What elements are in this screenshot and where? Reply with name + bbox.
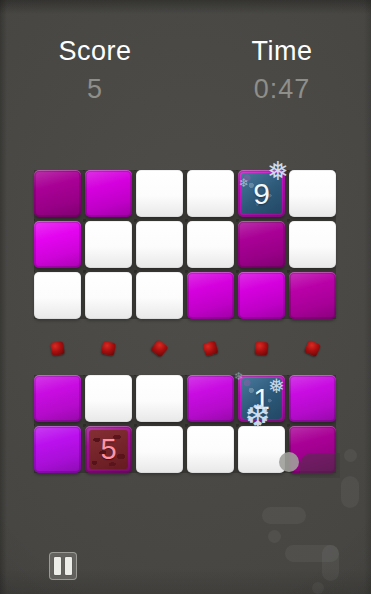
tile-upper-r1c6[interactable]: [289, 170, 336, 217]
tile-upper-r1c4[interactable]: [187, 170, 234, 217]
tile-upper-r3c1[interactable]: [34, 272, 81, 319]
gem-icon: [50, 341, 65, 356]
tile-upper-r3c2[interactable]: [85, 272, 132, 319]
watermark-shape: [312, 582, 324, 594]
tile-upper-r2c6[interactable]: [289, 221, 336, 268]
tile-upper-r3c5[interactable]: [238, 272, 285, 319]
time-label: Time: [206, 36, 358, 66]
tile-lower-r1c1[interactable]: [34, 375, 81, 422]
score-label: Score: [19, 36, 171, 66]
tile-lower-r1c5[interactable]: ❄❅❆1: [238, 375, 285, 422]
gem-icon: [254, 341, 268, 355]
watermark-shape: [285, 545, 339, 562]
gem-cell: [238, 340, 285, 357]
gem-icon: [101, 341, 116, 356]
tile-upper-r1c5[interactable]: ❅❄9: [238, 170, 285, 217]
tile-upper-r1c3[interactable]: [136, 170, 183, 217]
time-block: Time 0:47: [206, 36, 358, 104]
watermark-shape: [344, 449, 357, 462]
score-block: Score 5: [19, 36, 171, 104]
tile-upper-r2c1[interactable]: [34, 221, 81, 268]
pause-button[interactable]: [49, 552, 77, 580]
gem-cell: [289, 340, 336, 357]
gem-cell: [34, 340, 81, 357]
tile-lower-r2c2[interactable]: 5: [85, 426, 132, 473]
gem-row: [34, 340, 336, 357]
tile-lower-r2c4[interactable]: [187, 426, 234, 473]
score-value: 5: [19, 74, 171, 104]
tile-upper-r1c1[interactable]: [34, 170, 81, 217]
gem-cell: [136, 340, 183, 357]
tile-upper-r2c3[interactable]: [136, 221, 183, 268]
game-screen: Score 5 Time 0:47 ❅❄9 ❄❅❆15: [0, 0, 371, 594]
tile-lower-r1c6[interactable]: [289, 375, 336, 422]
tile-lower-r1c3[interactable]: [136, 375, 183, 422]
gem-icon: [304, 340, 321, 357]
frozen-counter: 9: [238, 170, 285, 217]
tile-lower-r1c4[interactable]: [187, 375, 234, 422]
tile-upper-r2c5[interactable]: [238, 221, 285, 268]
frozen-counter: 1: [238, 375, 285, 422]
tile-lower-r2c1[interactable]: [34, 426, 81, 473]
gem-cell: [187, 340, 234, 357]
tile-upper-r3c3[interactable]: [136, 272, 183, 319]
tile-lower-r1c2[interactable]: [85, 375, 132, 422]
tile-upper-r3c6[interactable]: [289, 272, 336, 319]
tile-lower-r2c6[interactable]: [289, 426, 336, 473]
watermark-shape: [341, 476, 359, 508]
pause-icon: [65, 557, 72, 575]
pause-icon: [54, 557, 61, 575]
gem-cell: [85, 340, 132, 357]
tile-upper-r1c2[interactable]: [85, 170, 132, 217]
watermark-shape: [322, 545, 339, 581]
watermark-shape: [268, 530, 281, 543]
tile-lower-r2c5[interactable]: [238, 426, 285, 473]
cracked-counter: 5: [85, 426, 132, 473]
watermark-shape: [262, 507, 306, 524]
tile-upper-r3c4[interactable]: [187, 272, 234, 319]
tile-lower-r2c3[interactable]: [136, 426, 183, 473]
gem-icon: [203, 341, 219, 357]
time-value: 0:47: [206, 74, 358, 104]
tile-upper-r2c2[interactable]: [85, 221, 132, 268]
upper-grid: ❅❄9: [34, 170, 336, 319]
gem-icon: [150, 339, 168, 357]
lower-grid: ❄❅❆15: [34, 375, 336, 473]
tile-upper-r2c4[interactable]: [187, 221, 234, 268]
